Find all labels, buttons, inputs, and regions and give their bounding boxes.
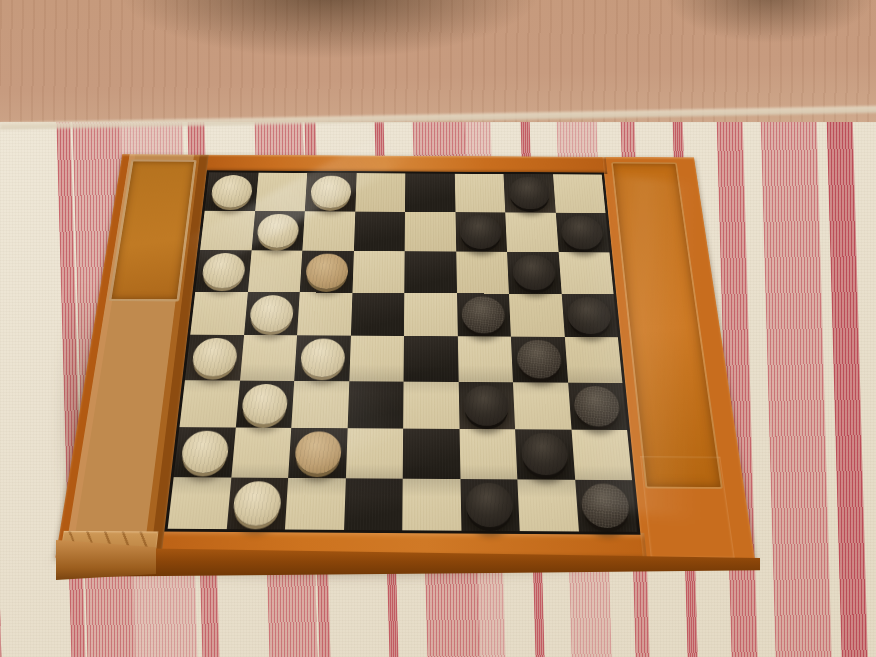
checker-piece-light[interactable]: [300, 339, 345, 377]
board-square-dark[interactable]: [174, 427, 236, 477]
board-square-dark[interactable]: [244, 292, 300, 336]
checker-piece-light[interactable]: [180, 431, 230, 473]
checker-piece-light[interactable]: [310, 176, 351, 208]
board-square-dark[interactable]: [235, 380, 294, 428]
board-square-light: [402, 478, 461, 530]
board-square-light: [240, 335, 297, 381]
board-square-light: [558, 252, 613, 294]
board-square-light: [564, 337, 622, 383]
board-square-light: [302, 211, 355, 251]
checker-piece-dark[interactable]: [516, 340, 562, 378]
board-square-light: [454, 174, 505, 212]
checker-piece-light[interactable]: [257, 214, 300, 248]
box-perspective-wrapper: [55, 154, 755, 562]
board-square-light: [247, 250, 302, 292]
board-square-light: [231, 428, 291, 478]
checker-piece-dark[interactable]: [573, 386, 621, 426]
board-square-dark[interactable]: [305, 173, 356, 211]
board-square-light: [255, 173, 307, 211]
checker-piece-dark[interactable]: [561, 215, 604, 249]
board-square-dark[interactable]: [575, 479, 638, 532]
background-wood-wall: [0, 0, 876, 122]
checker-piece-dark[interactable]: [521, 433, 569, 475]
board-square-light: [513, 382, 571, 430]
checker-piece-light[interactable]: [232, 481, 282, 525]
tablecloth-stripe: [0, 91, 3, 657]
board-square-dark[interactable]: [353, 211, 405, 251]
checker-piece-dark[interactable]: [466, 483, 514, 527]
checker-piece-light[interactable]: [210, 175, 253, 207]
board-square-dark[interactable]: [403, 429, 460, 479]
board-square-dark[interactable]: [347, 381, 403, 429]
board-square-light: [571, 430, 632, 480]
checker-piece-dark[interactable]: [581, 483, 631, 527]
board-square-dark[interactable]: [458, 382, 515, 430]
board-square-light: [297, 292, 352, 336]
checker-piece-light[interactable]: [241, 384, 288, 424]
board-square-dark[interactable]: [457, 293, 511, 337]
board-square-light: [517, 479, 578, 532]
board-square-light: [190, 291, 247, 335]
board-square-dark[interactable]: [350, 292, 404, 336]
checker-piece-dark[interactable]: [509, 177, 551, 209]
board-square-dark[interactable]: [503, 174, 555, 212]
board-square-dark[interactable]: [226, 477, 288, 529]
board-square-dark[interactable]: [344, 478, 403, 530]
board-square-dark[interactable]: [404, 251, 456, 293]
board-square-light: [345, 428, 403, 478]
board-square-light: [459, 429, 517, 479]
board-square-dark[interactable]: [251, 211, 305, 251]
board-square-dark[interactable]: [568, 382, 627, 430]
board-square-light: [505, 212, 558, 252]
board-square-dark[interactable]: [205, 172, 258, 210]
board-square-dark[interactable]: [405, 173, 455, 211]
board-square-light: [355, 173, 405, 211]
checkers-board: [164, 170, 640, 534]
board-square-light: [179, 380, 239, 428]
board-square-light: [457, 336, 513, 382]
board-square-dark[interactable]: [460, 479, 520, 531]
board-square-dark[interactable]: [561, 294, 618, 338]
board-square-dark[interactable]: [195, 250, 251, 292]
checker-piece-dark[interactable]: [464, 385, 510, 425]
board-square-light: [553, 174, 606, 212]
board-square-dark[interactable]: [555, 212, 609, 252]
board-square-light: [509, 293, 564, 337]
checker-piece-light[interactable]: [249, 295, 294, 332]
board-square-light: [404, 293, 457, 337]
board-square-light: [200, 210, 255, 250]
board-square-dark[interactable]: [300, 251, 354, 293]
board-square-dark[interactable]: [511, 337, 568, 383]
board-square-dark[interactable]: [185, 335, 244, 381]
checker-piece-light[interactable]: [191, 338, 238, 376]
right-rail-endcap: [640, 456, 735, 558]
board-square-dark[interactable]: [455, 212, 507, 252]
board-square-light: [403, 381, 459, 429]
left-rail-lid-groove: [109, 159, 197, 301]
checker-piece-light[interactable]: [305, 254, 348, 289]
checker-piece-dark[interactable]: [462, 296, 505, 333]
board-square-light: [352, 251, 405, 293]
photo-scene: [0, 0, 876, 657]
board-square-dark[interactable]: [288, 428, 347, 478]
board-square-light: [456, 252, 509, 294]
board-square-dark[interactable]: [404, 336, 459, 382]
checker-piece-dark[interactable]: [460, 215, 502, 249]
board-square-light: [349, 336, 404, 382]
board-square-light: [168, 477, 231, 529]
tablecloth-stripe: [825, 66, 868, 657]
board-square-light: [405, 212, 456, 252]
checker-piece-light[interactable]: [201, 253, 246, 288]
board-square-light: [291, 381, 349, 429]
board-square-dark[interactable]: [294, 335, 350, 381]
checker-piece-dark[interactable]: [567, 297, 612, 334]
checker-piece-light[interactable]: [294, 432, 341, 474]
board-square-dark[interactable]: [507, 252, 561, 294]
board-square-light: [285, 477, 346, 529]
checker-piece-dark[interactable]: [512, 255, 555, 290]
board-square-dark[interactable]: [515, 429, 575, 479]
checkers-box: [55, 154, 755, 562]
